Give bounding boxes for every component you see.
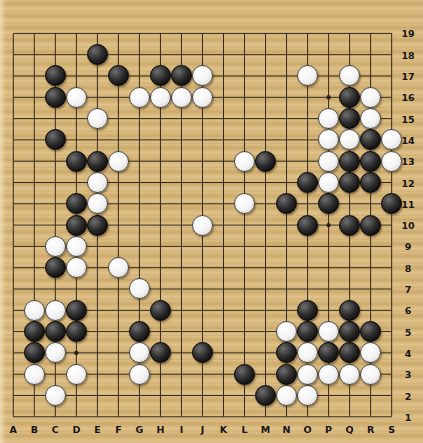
intersection-O11[interactable] xyxy=(297,193,318,214)
intersection-A13[interactable] xyxy=(3,151,24,172)
intersection-E13[interactable] xyxy=(87,151,108,172)
intersection-K7[interactable] xyxy=(213,278,234,299)
intersection-E2[interactable] xyxy=(87,385,108,406)
intersection-J10[interactable] xyxy=(192,214,213,235)
intersection-O2[interactable] xyxy=(297,385,318,406)
intersection-I19[interactable] xyxy=(171,23,192,44)
intersection-S2[interactable] xyxy=(381,385,402,406)
intersection-O3[interactable] xyxy=(297,364,318,385)
intersection-A19[interactable] xyxy=(3,23,24,44)
intersection-C7[interactable] xyxy=(45,278,66,299)
intersection-G5[interactable] xyxy=(129,321,150,342)
intersection-S16[interactable] xyxy=(381,87,402,108)
intersection-S15[interactable] xyxy=(381,108,402,129)
intersection-K8[interactable] xyxy=(213,257,234,278)
intersection-C13[interactable] xyxy=(45,151,66,172)
intersection-K10[interactable] xyxy=(213,214,234,235)
intersection-D8[interactable] xyxy=(66,257,87,278)
intersection-A7[interactable] xyxy=(3,278,24,299)
intersection-G12[interactable] xyxy=(129,172,150,193)
intersection-E6[interactable] xyxy=(87,300,108,321)
intersection-I14[interactable] xyxy=(171,129,192,150)
intersection-A11[interactable] xyxy=(3,193,24,214)
intersection-M12[interactable] xyxy=(255,172,276,193)
intersection-I5[interactable] xyxy=(171,321,192,342)
intersection-L15[interactable] xyxy=(234,108,255,129)
intersection-Q19[interactable] xyxy=(339,23,360,44)
intersection-M13[interactable] xyxy=(255,151,276,172)
intersection-M14[interactable] xyxy=(255,129,276,150)
intersection-M3[interactable] xyxy=(255,364,276,385)
intersection-G10[interactable] xyxy=(129,214,150,235)
intersection-B8[interactable] xyxy=(24,257,45,278)
intersection-H13[interactable] xyxy=(150,151,171,172)
intersection-R19[interactable] xyxy=(360,23,381,44)
intersection-M11[interactable] xyxy=(255,193,276,214)
intersection-C15[interactable] xyxy=(45,108,66,129)
intersection-M9[interactable] xyxy=(255,236,276,257)
intersection-F10[interactable] xyxy=(108,214,129,235)
intersection-M6[interactable] xyxy=(255,300,276,321)
intersection-M17[interactable] xyxy=(255,65,276,86)
intersection-K12[interactable] xyxy=(213,172,234,193)
intersection-D6[interactable] xyxy=(66,300,87,321)
intersection-N6[interactable] xyxy=(276,300,297,321)
intersection-E12[interactable] xyxy=(87,172,108,193)
intersection-Q11[interactable] xyxy=(339,193,360,214)
intersection-E4[interactable] xyxy=(87,342,108,363)
intersection-Q2[interactable] xyxy=(339,385,360,406)
intersection-P11[interactable] xyxy=(318,193,339,214)
intersection-C4[interactable] xyxy=(45,342,66,363)
intersection-G18[interactable] xyxy=(129,44,150,65)
intersection-G9[interactable] xyxy=(129,236,150,257)
intersection-D14[interactable] xyxy=(66,129,87,150)
intersection-P16[interactable] xyxy=(318,87,339,108)
intersection-N16[interactable] xyxy=(276,87,297,108)
intersection-H12[interactable] xyxy=(150,172,171,193)
intersection-Q7[interactable] xyxy=(339,278,360,299)
intersection-R7[interactable] xyxy=(360,278,381,299)
intersection-C3[interactable] xyxy=(45,364,66,385)
intersection-N2[interactable] xyxy=(276,385,297,406)
intersection-A15[interactable] xyxy=(3,108,24,129)
intersection-H9[interactable] xyxy=(150,236,171,257)
intersection-B14[interactable] xyxy=(24,129,45,150)
intersection-J7[interactable] xyxy=(192,278,213,299)
intersection-P7[interactable] xyxy=(318,278,339,299)
intersection-D4[interactable] xyxy=(66,342,87,363)
intersection-K5[interactable] xyxy=(213,321,234,342)
intersection-N7[interactable] xyxy=(276,278,297,299)
intersection-I18[interactable] xyxy=(171,44,192,65)
intersection-A9[interactable] xyxy=(3,236,24,257)
intersection-L3[interactable] xyxy=(234,364,255,385)
intersection-D18[interactable] xyxy=(66,44,87,65)
intersection-I10[interactable] xyxy=(171,214,192,235)
intersection-E15[interactable] xyxy=(87,108,108,129)
intersection-M18[interactable] xyxy=(255,44,276,65)
intersection-D5[interactable] xyxy=(66,321,87,342)
intersection-Q15[interactable] xyxy=(339,108,360,129)
intersection-O19[interactable] xyxy=(297,23,318,44)
intersection-J8[interactable] xyxy=(192,257,213,278)
intersection-D17[interactable] xyxy=(66,65,87,86)
intersection-E17[interactable] xyxy=(87,65,108,86)
intersection-C9[interactable] xyxy=(45,236,66,257)
intersection-N13[interactable] xyxy=(276,151,297,172)
intersection-J13[interactable] xyxy=(192,151,213,172)
intersection-A3[interactable] xyxy=(3,364,24,385)
intersection-O4[interactable] xyxy=(297,342,318,363)
intersection-Q10[interactable] xyxy=(339,214,360,235)
intersection-C5[interactable] xyxy=(45,321,66,342)
intersection-F12[interactable] xyxy=(108,172,129,193)
intersection-I7[interactable] xyxy=(171,278,192,299)
intersection-B4[interactable] xyxy=(24,342,45,363)
intersection-H19[interactable] xyxy=(150,23,171,44)
intersection-F7[interactable] xyxy=(108,278,129,299)
intersection-R12[interactable] xyxy=(360,172,381,193)
intersection-F13[interactable] xyxy=(108,151,129,172)
intersection-G3[interactable] xyxy=(129,364,150,385)
intersection-M8[interactable] xyxy=(255,257,276,278)
intersection-F2[interactable] xyxy=(108,385,129,406)
intersection-P3[interactable] xyxy=(318,364,339,385)
intersection-M7[interactable] xyxy=(255,278,276,299)
intersection-S10[interactable] xyxy=(381,214,402,235)
intersection-B13[interactable] xyxy=(24,151,45,172)
intersection-H10[interactable] xyxy=(150,214,171,235)
intersection-C19[interactable] xyxy=(45,23,66,44)
intersection-J12[interactable] xyxy=(192,172,213,193)
intersection-B15[interactable] xyxy=(24,108,45,129)
intersection-K18[interactable] xyxy=(213,44,234,65)
intersection-J11[interactable] xyxy=(192,193,213,214)
intersection-F3[interactable] xyxy=(108,364,129,385)
intersection-G8[interactable] xyxy=(129,257,150,278)
intersection-M15[interactable] xyxy=(255,108,276,129)
intersection-O14[interactable] xyxy=(297,129,318,150)
intersection-I6[interactable] xyxy=(171,300,192,321)
intersection-I15[interactable] xyxy=(171,108,192,129)
intersection-P4[interactable] xyxy=(318,342,339,363)
intersection-H5[interactable] xyxy=(150,321,171,342)
intersection-E10[interactable] xyxy=(87,214,108,235)
intersection-D9[interactable] xyxy=(66,236,87,257)
intersection-I4[interactable] xyxy=(171,342,192,363)
intersection-L13[interactable] xyxy=(234,151,255,172)
intersection-S12[interactable] xyxy=(381,172,402,193)
intersection-G2[interactable] xyxy=(129,385,150,406)
intersection-H6[interactable] xyxy=(150,300,171,321)
intersection-S11[interactable] xyxy=(381,193,402,214)
intersection-L11[interactable] xyxy=(234,193,255,214)
intersection-J6[interactable] xyxy=(192,300,213,321)
intersection-G13[interactable] xyxy=(129,151,150,172)
intersection-N18[interactable] xyxy=(276,44,297,65)
intersection-K13[interactable] xyxy=(213,151,234,172)
intersection-O10[interactable] xyxy=(297,214,318,235)
intersection-J9[interactable] xyxy=(192,236,213,257)
intersection-I9[interactable] xyxy=(171,236,192,257)
intersection-H8[interactable] xyxy=(150,257,171,278)
intersection-K6[interactable] xyxy=(213,300,234,321)
intersection-B2[interactable] xyxy=(24,385,45,406)
intersection-P9[interactable] xyxy=(318,236,339,257)
intersection-S6[interactable] xyxy=(381,300,402,321)
intersection-O18[interactable] xyxy=(297,44,318,65)
intersection-R9[interactable] xyxy=(360,236,381,257)
intersection-C8[interactable] xyxy=(45,257,66,278)
intersection-E14[interactable] xyxy=(87,129,108,150)
intersection-L4[interactable] xyxy=(234,342,255,363)
intersection-E5[interactable] xyxy=(87,321,108,342)
intersection-G7[interactable] xyxy=(129,278,150,299)
intersection-K3[interactable] xyxy=(213,364,234,385)
intersection-F6[interactable] xyxy=(108,300,129,321)
intersection-A16[interactable] xyxy=(3,87,24,108)
intersection-B12[interactable] xyxy=(24,172,45,193)
intersection-F5[interactable] xyxy=(108,321,129,342)
intersection-G17[interactable] xyxy=(129,65,150,86)
intersection-L10[interactable] xyxy=(234,214,255,235)
intersection-F15[interactable] xyxy=(108,108,129,129)
intersection-N8[interactable] xyxy=(276,257,297,278)
intersection-P2[interactable] xyxy=(318,385,339,406)
intersection-H16[interactable] xyxy=(150,87,171,108)
intersection-H17[interactable] xyxy=(150,65,171,86)
intersection-P12[interactable] xyxy=(318,172,339,193)
intersection-A8[interactable] xyxy=(3,257,24,278)
intersection-B3[interactable] xyxy=(24,364,45,385)
intersection-E3[interactable] xyxy=(87,364,108,385)
intersection-K15[interactable] xyxy=(213,108,234,129)
intersection-K16[interactable] xyxy=(213,87,234,108)
intersection-J5[interactable] xyxy=(192,321,213,342)
intersection-I12[interactable] xyxy=(171,172,192,193)
intersection-Q14[interactable] xyxy=(339,129,360,150)
intersection-R10[interactable] xyxy=(360,214,381,235)
intersection-E16[interactable] xyxy=(87,87,108,108)
intersection-E7[interactable] xyxy=(87,278,108,299)
intersection-L5[interactable] xyxy=(234,321,255,342)
intersection-A2[interactable] xyxy=(3,385,24,406)
intersection-J16[interactable] xyxy=(192,87,213,108)
intersection-A18[interactable] xyxy=(3,44,24,65)
intersection-L6[interactable] xyxy=(234,300,255,321)
intersection-J3[interactable] xyxy=(192,364,213,385)
intersection-R3[interactable] xyxy=(360,364,381,385)
intersection-O9[interactable] xyxy=(297,236,318,257)
intersection-S17[interactable] xyxy=(381,65,402,86)
intersection-G14[interactable] xyxy=(129,129,150,150)
intersection-Q8[interactable] xyxy=(339,257,360,278)
intersection-C11[interactable] xyxy=(45,193,66,214)
intersection-I11[interactable] xyxy=(171,193,192,214)
intersection-B18[interactable] xyxy=(24,44,45,65)
intersection-N17[interactable] xyxy=(276,65,297,86)
intersection-A17[interactable] xyxy=(3,65,24,86)
intersection-E19[interactable] xyxy=(87,23,108,44)
intersection-L8[interactable] xyxy=(234,257,255,278)
intersection-D7[interactable] xyxy=(66,278,87,299)
intersection-P15[interactable] xyxy=(318,108,339,129)
intersection-J14[interactable] xyxy=(192,129,213,150)
intersection-S3[interactable] xyxy=(381,364,402,385)
intersection-Q18[interactable] xyxy=(339,44,360,65)
intersection-P13[interactable] xyxy=(318,151,339,172)
intersection-D15[interactable] xyxy=(66,108,87,129)
intersection-O12[interactable] xyxy=(297,172,318,193)
intersection-B7[interactable] xyxy=(24,278,45,299)
intersection-S9[interactable] xyxy=(381,236,402,257)
intersection-P18[interactable] xyxy=(318,44,339,65)
intersection-A6[interactable] xyxy=(3,300,24,321)
intersection-G11[interactable] xyxy=(129,193,150,214)
intersection-O5[interactable] xyxy=(297,321,318,342)
intersection-F8[interactable] xyxy=(108,257,129,278)
intersection-R18[interactable] xyxy=(360,44,381,65)
intersection-R17[interactable] xyxy=(360,65,381,86)
intersection-D3[interactable] xyxy=(66,364,87,385)
intersection-O6[interactable] xyxy=(297,300,318,321)
intersection-H7[interactable] xyxy=(150,278,171,299)
intersection-E11[interactable] xyxy=(87,193,108,214)
intersection-G6[interactable] xyxy=(129,300,150,321)
intersection-J15[interactable] xyxy=(192,108,213,129)
intersection-J19[interactable] xyxy=(192,23,213,44)
intersection-F19[interactable] xyxy=(108,23,129,44)
intersection-S4[interactable] xyxy=(381,342,402,363)
intersection-R8[interactable] xyxy=(360,257,381,278)
intersection-N11[interactable] xyxy=(276,193,297,214)
intersection-P19[interactable] xyxy=(318,23,339,44)
intersection-B9[interactable] xyxy=(24,236,45,257)
intersection-K11[interactable] xyxy=(213,193,234,214)
intersection-S7[interactable] xyxy=(381,278,402,299)
intersection-C18[interactable] xyxy=(45,44,66,65)
intersection-H15[interactable] xyxy=(150,108,171,129)
intersection-P5[interactable] xyxy=(318,321,339,342)
intersection-S18[interactable] xyxy=(381,44,402,65)
intersection-D12[interactable] xyxy=(66,172,87,193)
intersection-P14[interactable] xyxy=(318,129,339,150)
intersection-B17[interactable] xyxy=(24,65,45,86)
intersection-A5[interactable] xyxy=(3,321,24,342)
intersection-B16[interactable] xyxy=(24,87,45,108)
intersection-N5[interactable] xyxy=(276,321,297,342)
intersection-M16[interactable] xyxy=(255,87,276,108)
intersection-Q4[interactable] xyxy=(339,342,360,363)
intersection-B11[interactable] xyxy=(24,193,45,214)
intersection-D10[interactable] xyxy=(66,214,87,235)
intersection-N19[interactable] xyxy=(276,23,297,44)
intersection-Q16[interactable] xyxy=(339,87,360,108)
intersection-E18[interactable] xyxy=(87,44,108,65)
intersection-K2[interactable] xyxy=(213,385,234,406)
intersection-D11[interactable] xyxy=(66,193,87,214)
intersection-S8[interactable] xyxy=(381,257,402,278)
intersection-M4[interactable] xyxy=(255,342,276,363)
intersection-P17[interactable] xyxy=(318,65,339,86)
intersection-I3[interactable] xyxy=(171,364,192,385)
intersection-H18[interactable] xyxy=(150,44,171,65)
intersection-H11[interactable] xyxy=(150,193,171,214)
intersection-G4[interactable] xyxy=(129,342,150,363)
intersection-S14[interactable] xyxy=(381,129,402,150)
intersection-M2[interactable] xyxy=(255,385,276,406)
intersection-N10[interactable] xyxy=(276,214,297,235)
intersection-O16[interactable] xyxy=(297,87,318,108)
intersection-A14[interactable] xyxy=(3,129,24,150)
intersection-F14[interactable] xyxy=(108,129,129,150)
intersection-D2[interactable] xyxy=(66,385,87,406)
intersection-L2[interactable] xyxy=(234,385,255,406)
intersection-A4[interactable] xyxy=(3,342,24,363)
intersection-C6[interactable] xyxy=(45,300,66,321)
intersection-L7[interactable] xyxy=(234,278,255,299)
intersection-N9[interactable] xyxy=(276,236,297,257)
intersection-P10[interactable] xyxy=(318,214,339,235)
intersection-Q3[interactable] xyxy=(339,364,360,385)
intersection-N4[interactable] xyxy=(276,342,297,363)
intersection-C10[interactable] xyxy=(45,214,66,235)
intersection-R13[interactable] xyxy=(360,151,381,172)
intersection-R5[interactable] xyxy=(360,321,381,342)
intersection-D16[interactable] xyxy=(66,87,87,108)
intersection-I13[interactable] xyxy=(171,151,192,172)
intersection-H3[interactable] xyxy=(150,364,171,385)
intersection-R14[interactable] xyxy=(360,129,381,150)
intersection-L18[interactable] xyxy=(234,44,255,65)
intersection-I16[interactable] xyxy=(171,87,192,108)
intersection-N12[interactable] xyxy=(276,172,297,193)
intersection-N3[interactable] xyxy=(276,364,297,385)
intersection-Q6[interactable] xyxy=(339,300,360,321)
intersection-C12[interactable] xyxy=(45,172,66,193)
intersection-K19[interactable] xyxy=(213,23,234,44)
intersection-O15[interactable] xyxy=(297,108,318,129)
intersection-N15[interactable] xyxy=(276,108,297,129)
intersection-S13[interactable] xyxy=(381,151,402,172)
intersection-Q9[interactable] xyxy=(339,236,360,257)
intersection-D19[interactable] xyxy=(66,23,87,44)
intersection-C14[interactable] xyxy=(45,129,66,150)
intersection-L9[interactable] xyxy=(234,236,255,257)
intersection-C17[interactable] xyxy=(45,65,66,86)
intersection-Q13[interactable] xyxy=(339,151,360,172)
intersection-F18[interactable] xyxy=(108,44,129,65)
intersection-K17[interactable] xyxy=(213,65,234,86)
intersection-L17[interactable] xyxy=(234,65,255,86)
intersection-F4[interactable] xyxy=(108,342,129,363)
intersection-L16[interactable] xyxy=(234,87,255,108)
intersection-I17[interactable] xyxy=(171,65,192,86)
intersection-C16[interactable] xyxy=(45,87,66,108)
intersection-H14[interactable] xyxy=(150,129,171,150)
intersection-R4[interactable] xyxy=(360,342,381,363)
intersection-G19[interactable] xyxy=(129,23,150,44)
intersection-J2[interactable] xyxy=(192,385,213,406)
intersection-M10[interactable] xyxy=(255,214,276,235)
intersection-C2[interactable] xyxy=(45,385,66,406)
intersection-N14[interactable] xyxy=(276,129,297,150)
intersection-F17[interactable] xyxy=(108,65,129,86)
intersection-F9[interactable] xyxy=(108,236,129,257)
intersection-P6[interactable] xyxy=(318,300,339,321)
intersection-L19[interactable] xyxy=(234,23,255,44)
